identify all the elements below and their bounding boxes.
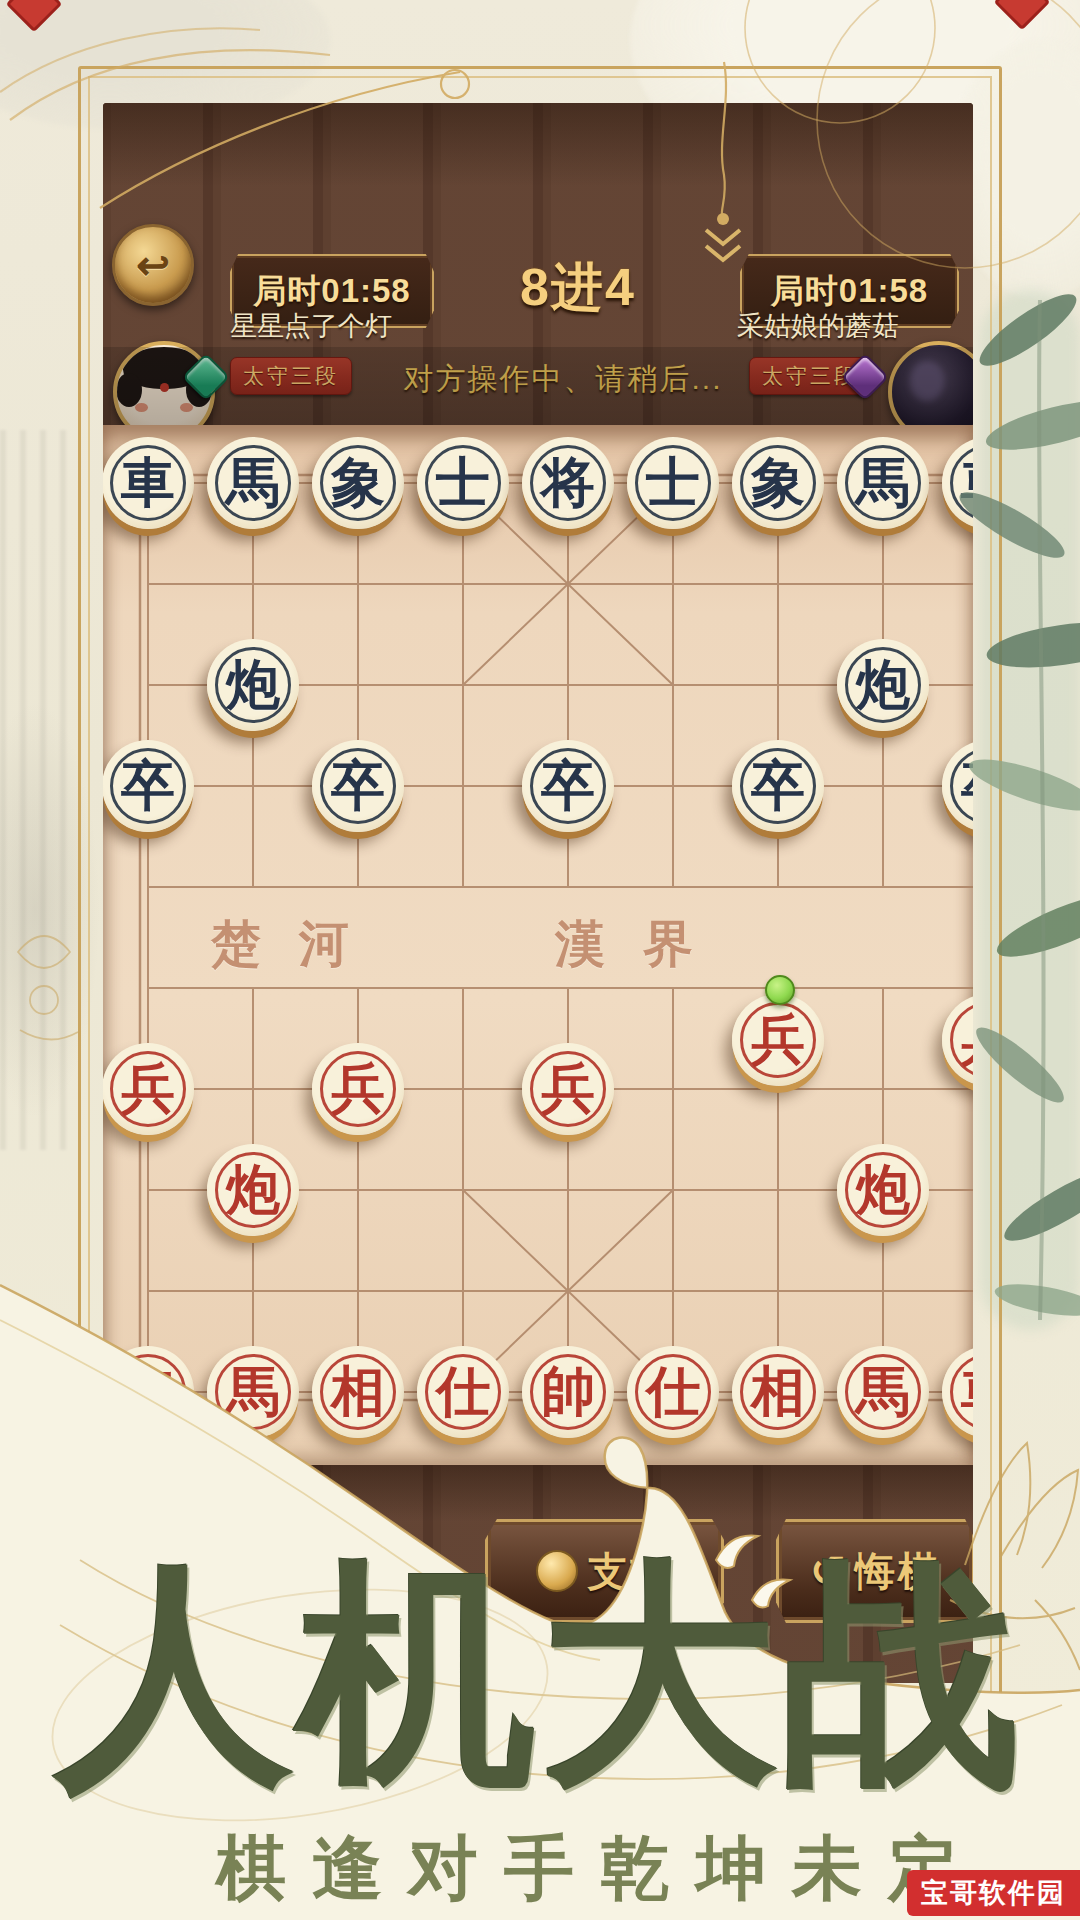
move-dot <box>765 975 795 1005</box>
board-piece-炮[interactable]: 炮 <box>207 1144 299 1236</box>
watermark-badge: 宝哥软件园 <box>907 1870 1080 1916</box>
board-piece-兵[interactable]: 兵 <box>312 1043 404 1135</box>
board-piece-馬[interactable]: 馬 <box>837 437 929 529</box>
board-piece-馬[interactable]: 馬 <box>837 1346 929 1438</box>
board-piece-卒[interactable]: 卒 <box>312 740 404 832</box>
board-piece-卒[interactable]: 卒 <box>522 740 614 832</box>
board-piece-馬[interactable]: 馬 <box>207 437 299 529</box>
board-piece-車[interactable]: 車 <box>942 437 973 529</box>
pieces-layer: 車馬象士将士象馬車炮炮卒卒卒卒卒兵兵兵兵兵炮炮車馬相仕帥仕相馬車 <box>103 103 973 1683</box>
board-piece-車[interactable]: 車 <box>103 437 194 529</box>
board-piece-士[interactable]: 士 <box>627 437 719 529</box>
board-piece-炮[interactable]: 炮 <box>837 639 929 731</box>
board-piece-車[interactable]: 車 <box>942 1346 973 1438</box>
board-piece-帥[interactable]: 帥 <box>522 1346 614 1438</box>
board-piece-将[interactable]: 将 <box>522 437 614 529</box>
board-piece-兵[interactable]: 兵 <box>732 994 824 1086</box>
board-piece-相[interactable]: 相 <box>732 1346 824 1438</box>
poster-title: 人机大战 <box>0 1556 1080 1799</box>
board-piece-卒[interactable]: 卒 <box>942 740 973 832</box>
board-piece-仕[interactable]: 仕 <box>417 1346 509 1438</box>
board-piece-兵[interactable]: 兵 <box>942 994 973 1086</box>
board-piece-相[interactable]: 相 <box>312 1346 404 1438</box>
board-piece-炮[interactable]: 炮 <box>207 639 299 731</box>
board-piece-兵[interactable]: 兵 <box>103 1043 194 1135</box>
board-piece-炮[interactable]: 炮 <box>837 1144 929 1236</box>
board-piece-士[interactable]: 士 <box>417 437 509 529</box>
board-piece-卒[interactable]: 卒 <box>732 740 824 832</box>
game-screenshot-window: ↩ 局时01:58 8进4 局时01:58 星星点了个灯 太守三段 对方操作中、… <box>103 103 973 1683</box>
board-piece-兵[interactable]: 兵 <box>522 1043 614 1135</box>
board-piece-馬[interactable]: 馬 <box>207 1346 299 1438</box>
board-piece-象[interactable]: 象 <box>732 437 824 529</box>
board-piece-仕[interactable]: 仕 <box>627 1346 719 1438</box>
board-piece-卒[interactable]: 卒 <box>103 740 194 832</box>
board-piece-象[interactable]: 象 <box>312 437 404 529</box>
board-piece-車[interactable]: 車 <box>103 1346 194 1438</box>
